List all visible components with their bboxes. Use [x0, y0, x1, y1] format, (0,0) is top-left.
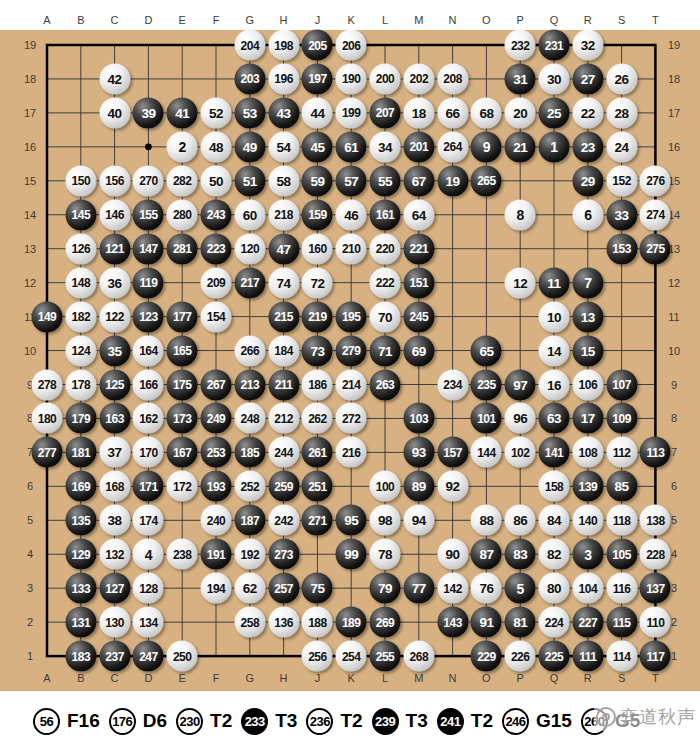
- caption-move-246: 246: [502, 708, 529, 735]
- stone-J5: 271: [302, 505, 333, 536]
- stone-K19: 206: [336, 30, 367, 61]
- stone-H7: 244: [268, 437, 299, 468]
- stone-S14: 33: [606, 199, 637, 230]
- stone-R10: 15: [572, 335, 603, 366]
- stone-R9: 106: [572, 369, 603, 400]
- caption-coord-230: T2: [210, 710, 232, 732]
- row-label-right-11: 11: [668, 311, 679, 323]
- stone-L9: 263: [370, 369, 401, 400]
- go-kifu-diagram: AABBCCDDEEFFGGHHJJKKLLMMNNOOPPQQRRSSTT19…: [0, 0, 700, 749]
- stone-H13: 47: [268, 233, 299, 264]
- stone-H9: 211: [268, 369, 299, 400]
- stone-F4: 191: [201, 539, 232, 570]
- stone-N3: 142: [437, 573, 468, 604]
- stone-C2: 130: [99, 607, 130, 638]
- stone-J1: 256: [302, 641, 333, 672]
- caption-move-233: 233: [241, 708, 268, 735]
- stone-A7: 277: [32, 437, 63, 468]
- stone-S18: 26: [606, 63, 637, 94]
- stone-H3: 257: [268, 573, 299, 604]
- stone-M16: 201: [403, 131, 434, 162]
- stone-R11: 13: [572, 301, 603, 332]
- caption-entry-236: 236T2: [306, 708, 362, 735]
- stone-P7: 102: [505, 437, 536, 468]
- col-label-top-F: F: [213, 14, 220, 26]
- stone-G5: 187: [234, 505, 265, 536]
- stone-T4: 228: [640, 539, 671, 570]
- stone-K1: 254: [336, 641, 367, 672]
- col-label-bottom-R: R: [584, 672, 592, 684]
- stone-K17: 199: [336, 97, 367, 128]
- stone-S1: 114: [606, 641, 637, 672]
- row-label-right-7: 7: [671, 446, 677, 458]
- col-label-top-J: J: [315, 14, 321, 26]
- stone-K14: 46: [336, 199, 367, 230]
- stone-R4: 3: [572, 539, 603, 570]
- col-label-bottom-E: E: [179, 672, 186, 684]
- row-label-right-2: 2: [671, 616, 677, 628]
- stone-P5: 86: [505, 505, 536, 536]
- caption-coord-176: D6: [143, 710, 167, 732]
- stone-R18: 27: [572, 63, 603, 94]
- stone-Q2: 224: [539, 607, 570, 638]
- stone-O15: 265: [471, 165, 502, 196]
- stone-F8: 249: [201, 403, 232, 434]
- col-label-bottom-C: C: [111, 672, 119, 684]
- stone-Q7: 141: [539, 437, 570, 468]
- stone-S7: 112: [606, 437, 637, 468]
- stone-Q18: 30: [539, 63, 570, 94]
- stone-K10: 279: [336, 335, 367, 366]
- stone-H11: 215: [268, 301, 299, 332]
- stone-A9: 278: [32, 369, 63, 400]
- stone-E9: 175: [167, 369, 198, 400]
- stone-M13: 221: [403, 233, 434, 264]
- stone-E6: 172: [167, 471, 198, 502]
- stone-K11: 195: [336, 301, 367, 332]
- row-label-left-5: 5: [27, 514, 33, 526]
- col-label-bottom-F: F: [213, 672, 220, 684]
- stone-J18: 197: [302, 63, 333, 94]
- stone-G15: 51: [234, 165, 265, 196]
- col-label-top-L: L: [382, 14, 388, 26]
- stone-F7: 253: [201, 437, 232, 468]
- stone-R14: 6: [572, 199, 603, 230]
- col-label-top-R: R: [584, 14, 592, 26]
- caption-entry-230: 230T2: [176, 708, 232, 735]
- row-label-left-6: 6: [27, 480, 33, 492]
- col-label-bottom-T: T: [652, 672, 659, 684]
- col-label-top-O: O: [482, 14, 491, 26]
- row-label-right-9: 9: [671, 379, 677, 391]
- stone-G3: 62: [234, 573, 265, 604]
- stone-F14: 243: [201, 199, 232, 230]
- stone-C17: 40: [99, 97, 130, 128]
- col-label-bottom-G: G: [246, 672, 255, 684]
- stone-L18: 200: [370, 63, 401, 94]
- col-label-top-P: P: [517, 14, 524, 26]
- stone-C10: 35: [99, 335, 130, 366]
- row-label-left-16: 16: [24, 141, 36, 153]
- stone-N18: 208: [437, 63, 468, 94]
- stone-T5: 138: [640, 505, 671, 536]
- stone-M3: 77: [403, 573, 434, 604]
- stone-J7: 261: [302, 437, 333, 468]
- stone-Q11: 10: [539, 301, 570, 332]
- stone-D7: 170: [133, 437, 164, 468]
- stone-M11: 245: [403, 301, 434, 332]
- stone-L6: 100: [370, 471, 401, 502]
- row-label-right-8: 8: [671, 412, 677, 424]
- stone-P14: 8: [505, 199, 536, 230]
- stone-E14: 280: [167, 199, 198, 230]
- stone-P8: 96: [505, 403, 536, 434]
- stone-H14: 218: [268, 199, 299, 230]
- stone-M17: 18: [403, 97, 434, 128]
- row-label-right-16: 16: [668, 141, 680, 153]
- col-label-bottom-K: K: [348, 672, 355, 684]
- stone-L17: 207: [370, 97, 401, 128]
- stone-T3: 137: [640, 573, 671, 604]
- stone-O17: 68: [471, 97, 502, 128]
- row-label-right-12: 12: [668, 277, 680, 289]
- star-point: [145, 143, 152, 150]
- stone-D3: 128: [133, 573, 164, 604]
- stone-K5: 95: [336, 505, 367, 536]
- stone-B2: 131: [65, 607, 96, 638]
- row-label-left-17: 17: [24, 107, 36, 119]
- stone-D12: 119: [133, 267, 164, 298]
- row-label-right-5: 5: [671, 514, 677, 526]
- stone-G17: 53: [234, 97, 265, 128]
- stone-J15: 59: [302, 165, 333, 196]
- stone-R15: 29: [572, 165, 603, 196]
- col-label-top-G: G: [246, 14, 255, 26]
- stone-N16: 264: [437, 131, 468, 162]
- stone-D17: 39: [133, 97, 164, 128]
- stone-J19: 205: [302, 30, 333, 61]
- row-label-left-1: 1: [27, 650, 33, 662]
- stone-C7: 37: [99, 437, 130, 468]
- caption-entry-246: 246G15: [502, 708, 572, 735]
- stone-G7: 185: [234, 437, 265, 468]
- row-label-left-14: 14: [24, 209, 36, 221]
- stone-N2: 143: [437, 607, 468, 638]
- stone-P9: 97: [505, 369, 536, 400]
- stone-C5: 38: [99, 505, 130, 536]
- stone-H5: 242: [268, 505, 299, 536]
- stone-O2: 91: [471, 607, 502, 638]
- stone-J6: 251: [302, 471, 333, 502]
- stone-F5: 240: [201, 505, 232, 536]
- stone-G8: 248: [234, 403, 265, 434]
- stone-R12: 7: [572, 267, 603, 298]
- stone-F15: 50: [201, 165, 232, 196]
- stone-O10: 65: [471, 335, 502, 366]
- stone-G14: 60: [234, 199, 265, 230]
- stone-M6: 89: [403, 471, 434, 502]
- stone-B10: 124: [65, 335, 96, 366]
- stone-E13: 281: [167, 233, 198, 264]
- stone-F13: 223: [201, 233, 232, 264]
- col-label-top-E: E: [179, 14, 186, 26]
- stone-N4: 90: [437, 539, 468, 570]
- stone-F6: 193: [201, 471, 232, 502]
- stone-J11: 219: [302, 301, 333, 332]
- row-label-left-15: 15: [24, 175, 36, 187]
- caption-entry-176: 176D6: [109, 708, 167, 735]
- stone-F11: 154: [201, 301, 232, 332]
- stone-E8: 173: [167, 403, 198, 434]
- col-label-top-T: T: [652, 14, 659, 26]
- stone-H15: 58: [268, 165, 299, 196]
- row-label-right-1: 1: [671, 650, 677, 662]
- stone-G12: 217: [234, 267, 265, 298]
- col-label-bottom-B: B: [77, 672, 84, 684]
- stone-Q12: 11: [539, 267, 570, 298]
- stone-C4: 132: [99, 539, 130, 570]
- stone-D15: 270: [133, 165, 164, 196]
- stone-O1: 229: [471, 641, 502, 672]
- caption-coord-241: T2: [471, 710, 493, 732]
- col-label-bottom-S: S: [618, 672, 625, 684]
- stone-Q9: 16: [539, 369, 570, 400]
- stone-K9: 214: [336, 369, 367, 400]
- stone-C1: 237: [99, 641, 130, 672]
- stone-Q4: 82: [539, 539, 570, 570]
- stone-B3: 133: [65, 573, 96, 604]
- stone-S4: 105: [606, 539, 637, 570]
- caption-coord-56: F16: [67, 710, 100, 732]
- stone-K18: 190: [336, 63, 367, 94]
- stone-L11: 70: [370, 301, 401, 332]
- stone-L12: 222: [370, 267, 401, 298]
- stone-O3: 76: [471, 573, 502, 604]
- caption-move-56: 56: [33, 708, 60, 735]
- col-label-top-S: S: [618, 14, 625, 26]
- caption-entry-241: 241T2: [437, 708, 493, 735]
- col-label-bottom-J: J: [315, 672, 321, 684]
- stone-H12: 74: [268, 267, 299, 298]
- stone-L1: 255: [370, 641, 401, 672]
- stone-E16: 2: [167, 131, 198, 162]
- stone-T15: 276: [640, 165, 671, 196]
- caption-entry-233: 233T3: [241, 708, 297, 735]
- watermark: 弈道秋声: [594, 703, 698, 731]
- stone-N9: 234: [437, 369, 468, 400]
- stone-P12: 12: [505, 267, 536, 298]
- stone-K8: 272: [336, 403, 367, 434]
- stone-Q5: 84: [539, 505, 570, 536]
- row-label-right-18: 18: [668, 73, 680, 85]
- row-label-left-10: 10: [24, 345, 36, 357]
- stone-D1: 247: [133, 641, 164, 672]
- stone-R19: 32: [572, 30, 603, 61]
- stone-B12: 148: [65, 267, 96, 298]
- stone-D5: 174: [133, 505, 164, 536]
- stone-D14: 155: [133, 199, 164, 230]
- stone-R2: 227: [572, 607, 603, 638]
- stone-S8: 109: [606, 403, 637, 434]
- stone-Q3: 80: [539, 573, 570, 604]
- stone-E17: 41: [167, 97, 198, 128]
- stone-G18: 203: [234, 63, 265, 94]
- stone-S2: 115: [606, 607, 637, 638]
- stone-C14: 146: [99, 199, 130, 230]
- stone-B9: 178: [65, 369, 96, 400]
- row-label-left-3: 3: [27, 582, 33, 594]
- stone-Q6: 158: [539, 471, 570, 502]
- stone-L15: 55: [370, 165, 401, 196]
- stone-Q19: 231: [539, 30, 570, 61]
- col-label-top-K: K: [348, 14, 355, 26]
- stone-R17: 22: [572, 97, 603, 128]
- stone-D10: 164: [133, 335, 164, 366]
- col-label-bottom-H: H: [280, 672, 288, 684]
- stone-E10: 165: [167, 335, 198, 366]
- stone-K4: 99: [336, 539, 367, 570]
- stone-F12: 209: [201, 267, 232, 298]
- stone-L13: 220: [370, 233, 401, 264]
- stone-M15: 67: [403, 165, 434, 196]
- stone-B6: 169: [65, 471, 96, 502]
- stone-S9: 107: [606, 369, 637, 400]
- stone-N7: 157: [437, 437, 468, 468]
- row-label-right-10: 10: [668, 345, 680, 357]
- stone-C6: 168: [99, 471, 130, 502]
- stone-L14: 161: [370, 199, 401, 230]
- stone-S15: 152: [606, 165, 637, 196]
- stone-K15: 57: [336, 165, 367, 196]
- stone-O4: 87: [471, 539, 502, 570]
- stone-T7: 113: [640, 437, 671, 468]
- stone-P3: 5: [505, 573, 536, 604]
- stone-C8: 163: [99, 403, 130, 434]
- stone-P1: 226: [505, 641, 536, 672]
- stone-G2: 258: [234, 607, 265, 638]
- stone-J8: 262: [302, 403, 333, 434]
- stone-H6: 259: [268, 471, 299, 502]
- col-label-bottom-A: A: [43, 672, 50, 684]
- stone-R16: 23: [572, 131, 603, 162]
- col-label-top-C: C: [111, 14, 119, 26]
- stone-R8: 17: [572, 403, 603, 434]
- stone-A11: 149: [32, 301, 63, 332]
- stone-D2: 134: [133, 607, 164, 638]
- stone-J9: 186: [302, 369, 333, 400]
- stone-F17: 52: [201, 97, 232, 128]
- stone-P18: 31: [505, 63, 536, 94]
- stone-B11: 182: [65, 301, 96, 332]
- caption-entry-239: 239T3: [372, 708, 428, 735]
- caption-coord-239: T3: [406, 710, 428, 732]
- stone-G19: 204: [234, 30, 265, 61]
- stone-M1: 268: [403, 641, 434, 672]
- stone-M5: 94: [403, 505, 434, 536]
- stone-D11: 123: [133, 301, 164, 332]
- stone-H10: 184: [268, 335, 299, 366]
- stone-F9: 267: [201, 369, 232, 400]
- stone-R3: 104: [572, 573, 603, 604]
- stone-J16: 45: [302, 131, 333, 162]
- row-label-right-17: 17: [668, 107, 680, 119]
- row-label-left-12: 12: [24, 277, 36, 289]
- stone-B7: 181: [65, 437, 96, 468]
- col-label-top-N: N: [449, 14, 457, 26]
- stone-T13: 275: [640, 233, 671, 264]
- stone-G9: 213: [234, 369, 265, 400]
- col-label-top-H: H: [280, 14, 288, 26]
- stone-D8: 162: [133, 403, 164, 434]
- col-label-bottom-D: D: [144, 672, 152, 684]
- stone-F16: 48: [201, 131, 232, 162]
- stone-T14: 274: [640, 199, 671, 230]
- stone-R5: 140: [572, 505, 603, 536]
- stone-L10: 71: [370, 335, 401, 366]
- stone-H18: 196: [268, 63, 299, 94]
- col-label-bottom-P: P: [517, 672, 524, 684]
- row-label-right-4: 4: [671, 548, 677, 560]
- stone-O7: 144: [471, 437, 502, 468]
- col-label-top-B: B: [77, 14, 84, 26]
- stone-Q8: 63: [539, 403, 570, 434]
- stone-G16: 49: [234, 131, 265, 162]
- stone-M18: 202: [403, 63, 434, 94]
- stone-B5: 135: [65, 505, 96, 536]
- stone-L5: 98: [370, 505, 401, 536]
- stone-M12: 151: [403, 267, 434, 298]
- stone-C9: 125: [99, 369, 130, 400]
- stone-L2: 269: [370, 607, 401, 638]
- stone-P4: 83: [505, 539, 536, 570]
- stone-K13: 210: [336, 233, 367, 264]
- caption-coord-236: T2: [340, 710, 362, 732]
- caption-entry-56: 56F16: [33, 708, 100, 735]
- caption-coord-246: G15: [536, 710, 572, 732]
- stone-J17: 44: [302, 97, 333, 128]
- stone-E15: 282: [167, 165, 198, 196]
- stone-H17: 43: [268, 97, 299, 128]
- stone-C12: 36: [99, 267, 130, 298]
- stone-L16: 34: [370, 131, 401, 162]
- stone-E11: 177: [167, 301, 198, 332]
- stone-S13: 153: [606, 233, 637, 264]
- row-label-left-18: 18: [24, 73, 36, 85]
- caption-coord-233: T3: [275, 710, 297, 732]
- stone-D6: 171: [133, 471, 164, 502]
- stone-L4: 78: [370, 539, 401, 570]
- col-label-bottom-O: O: [482, 672, 491, 684]
- stone-Q10: 14: [539, 335, 570, 366]
- stone-S6: 85: [606, 471, 637, 502]
- row-label-left-13: 13: [24, 243, 36, 255]
- row-label-left-19: 19: [24, 39, 36, 51]
- stone-Q16: 1: [539, 131, 570, 162]
- row-label-left-4: 4: [27, 548, 33, 560]
- caption-move-236: 236: [306, 708, 333, 735]
- stone-A8: 180: [32, 403, 63, 434]
- stone-S17: 28: [606, 97, 637, 128]
- stone-J12: 72: [302, 267, 333, 298]
- stone-B1: 183: [65, 641, 96, 672]
- stone-J2: 188: [302, 607, 333, 638]
- row-label-right-6: 6: [671, 480, 677, 492]
- stone-E7: 167: [167, 437, 198, 468]
- stone-B4: 129: [65, 539, 96, 570]
- stone-T2: 110: [640, 607, 671, 638]
- stone-P17: 20: [505, 97, 536, 128]
- stone-K2: 189: [336, 607, 367, 638]
